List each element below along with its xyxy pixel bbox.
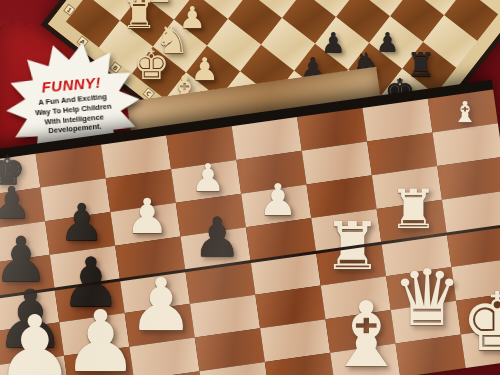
white-bishop: ♝ xyxy=(326,290,407,375)
square-b2: ♟ xyxy=(64,347,134,375)
white-rook: ♜ xyxy=(389,183,438,237)
white-king: ♚ xyxy=(461,282,500,363)
square-f1: ♝ xyxy=(330,344,400,375)
chess-product-photo: ♟♜♟♞♚♟♝♛♟♟♝♟♜♞♟♚♝ ABCDEFGH87654321 FUNNY… xyxy=(0,0,500,375)
white-bishop: ♝ xyxy=(452,98,478,127)
black-pawn: ♟ xyxy=(193,211,241,265)
white-pawn: ♟ xyxy=(258,178,297,222)
square-h1: ♚ xyxy=(461,325,500,368)
white-pawn: ♟ xyxy=(191,159,225,197)
black-pawn: ♟ xyxy=(0,181,31,225)
white-rook: ♜ xyxy=(121,0,156,34)
white-pawn: ♟ xyxy=(62,299,138,375)
white-pawn: ♟ xyxy=(125,192,168,240)
white-king: ♚ xyxy=(133,45,170,86)
square-a2: ♟ xyxy=(0,356,69,375)
